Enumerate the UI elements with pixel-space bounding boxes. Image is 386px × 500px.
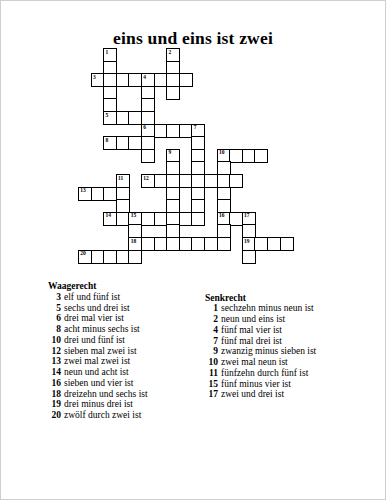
across-clues-section: Waagerecht 3elf und fünf ist5sechs und d… [48, 281, 203, 421]
down-clue-4: 4fünf mal vier ist [205, 325, 383, 336]
down-clue-1: 1sechzehn minus neun ist [205, 303, 383, 314]
clue-text: zwei mal neun ist [221, 357, 288, 368]
cell-number: 5 [105, 113, 108, 119]
clue-number: 15 [205, 379, 218, 390]
clue-number: 1 [205, 303, 218, 314]
cell-number: 3 [93, 75, 96, 81]
across-clue-20: 20zwölf durch zwei ist [48, 410, 203, 421]
cell-number: 14 [105, 213, 111, 219]
clue-text: dreizehn und sechs ist [64, 389, 148, 400]
down-clue-2: 2neun und eins ist [205, 314, 383, 325]
cell-number: 11 [118, 176, 123, 182]
cell-number: 19 [244, 239, 250, 245]
across-clue-18: 18dreizehn und sechs ist [48, 389, 203, 400]
cell-number: 12 [143, 176, 149, 182]
clue-text: fünf minus vier ist [221, 379, 291, 390]
grid-cell[interactable] [128, 250, 142, 264]
cell-number: 4 [143, 75, 146, 81]
clue-number: 6 [48, 313, 61, 324]
down-clue-11: 11fünfzehn durch fünf ist [205, 368, 383, 379]
grid-cell[interactable] [191, 212, 205, 226]
across-clue-8: 8acht minus sechs ist [48, 324, 203, 335]
cell-number: 1 [105, 50, 108, 56]
clue-number: 12 [48, 346, 61, 357]
down-clue-9: 9zwanzig minus sieben ist [205, 346, 383, 357]
clue-text: zwei mal zwei ist [64, 356, 130, 367]
clue-text: zwölf durch zwei ist [64, 410, 141, 421]
clue-text: sechs und drei ist [64, 303, 130, 314]
cell-number: 2 [168, 50, 171, 56]
crossword-grid: 1234567891011121314151617181920 [78, 48, 294, 264]
clue-number: 20 [48, 410, 61, 421]
clue-number: 4 [205, 325, 218, 336]
clue-text: drei und fünf ist [64, 335, 125, 346]
cell-number: 10 [219, 150, 225, 156]
across-clue-6: 6drei mal vier ist [48, 313, 203, 324]
cell-number: 8 [105, 138, 108, 144]
clue-number: 14 [48, 367, 61, 378]
grid-cell[interactable] [280, 237, 294, 251]
clue-text: drei mal vier ist [64, 313, 124, 324]
across-clue-3: 3elf und fünf ist [48, 292, 203, 303]
grid-cell[interactable] [217, 237, 231, 251]
clue-number: 17 [205, 389, 218, 400]
clue-number: 3 [48, 292, 61, 303]
clue-text: zwei und drei ist [221, 389, 284, 400]
clue-text: neun und acht ist [64, 367, 129, 378]
cell-number: 6 [143, 125, 146, 131]
down-clue-10: 10zwei mal neun ist [205, 357, 383, 368]
cell-number: 9 [168, 150, 171, 156]
across-clue-14: 14neun und acht ist [48, 367, 203, 378]
across-clue-13: 13zwei mal zwei ist [48, 356, 203, 367]
cell-number: 13 [80, 188, 86, 194]
clue-text: fünf mal drei ist [221, 336, 282, 347]
cell-number: 17 [244, 213, 250, 219]
down-header: Senkrecht [205, 293, 383, 304]
across-clue-12: 12sieben mal zwei ist [48, 346, 203, 357]
clue-number: 19 [48, 399, 61, 410]
worksheet-page: eins und eins ist zwei 12345678910111213… [0, 0, 386, 500]
across-header: Waagerecht [48, 281, 203, 292]
grid-cell[interactable] [242, 250, 256, 264]
clue-number: 18 [48, 389, 61, 400]
clue-number: 5 [48, 303, 61, 314]
across-clue-19: 19drei minus drei ist [48, 399, 203, 410]
cell-number: 7 [194, 125, 197, 131]
clue-text: fünfzehn durch fünf ist [221, 368, 308, 379]
clue-number: 11 [205, 368, 218, 379]
clue-text: elf und fünf ist [64, 292, 120, 303]
across-clue-16: 16sieben und vier ist [48, 378, 203, 389]
clue-text: acht minus sechs ist [64, 324, 140, 335]
down-clue-7: 7fünf mal drei ist [205, 336, 383, 347]
clue-text: drei minus drei ist [64, 399, 133, 410]
across-clue-10: 10drei und fünf ist [48, 335, 203, 346]
cell-number: 18 [131, 239, 137, 245]
grid-cell[interactable] [166, 86, 180, 100]
grid-cell[interactable] [254, 149, 268, 163]
clue-text: zwanzig minus sieben ist [221, 346, 316, 357]
grid-cell[interactable] [179, 73, 193, 87]
across-clue-5: 5sechs und drei ist [48, 303, 203, 314]
cell-number: 20 [80, 251, 86, 257]
clue-number: 13 [48, 356, 61, 367]
puzzle-title: eins und eins ist zwei [1, 28, 385, 49]
across-clue-list: 3elf und fünf ist5sechs und drei ist6dre… [48, 292, 203, 421]
cell-number: 16 [219, 213, 225, 219]
clue-number: 8 [48, 324, 61, 335]
cell-number: 15 [131, 213, 137, 219]
clue-number: 10 [48, 335, 61, 346]
clue-text: neun und eins ist [221, 314, 285, 325]
clue-number: 7 [205, 336, 218, 347]
clue-number: 10 [205, 357, 218, 368]
down-clue-17: 17zwei und drei ist [205, 389, 383, 400]
clue-text: sechzehn minus neun ist [221, 303, 314, 314]
down-clue-list: 1sechzehn minus neun ist2neun und eins i… [205, 303, 383, 400]
down-clues-section: Senkrecht 1sechzehn minus neun ist2neun … [205, 293, 383, 401]
clue-text: sieben mal zwei ist [64, 346, 137, 357]
clue-number: 2 [205, 314, 218, 325]
grid-cell[interactable] [229, 174, 243, 188]
clue-number: 9 [205, 346, 218, 357]
clue-text: fünf mal vier ist [221, 325, 282, 336]
down-clue-15: 15fünf minus vier ist [205, 379, 383, 390]
grid-cell[interactable] [141, 149, 155, 163]
clue-text: sieben und vier ist [64, 378, 133, 389]
clue-number: 16 [48, 378, 61, 389]
